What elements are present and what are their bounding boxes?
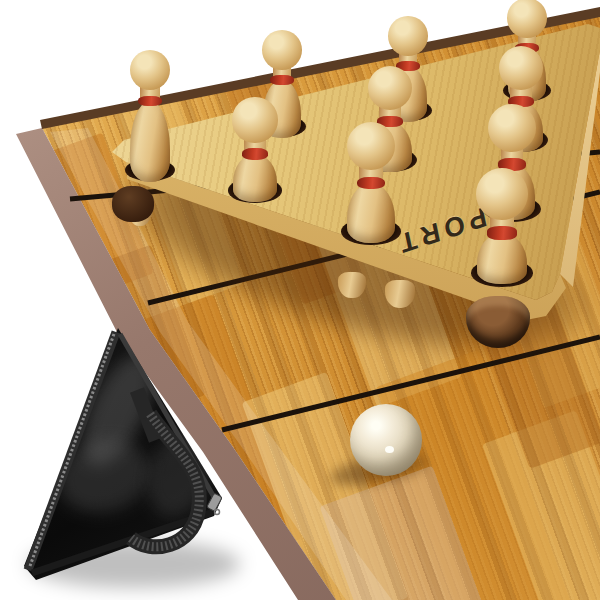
bag-details bbox=[0, 0, 600, 600]
zipper-pull-icon bbox=[207, 493, 222, 511]
zipper-pull-ring-icon bbox=[215, 510, 220, 515]
product-photo-tabletop-bowling: SPORT bbox=[0, 0, 600, 600]
